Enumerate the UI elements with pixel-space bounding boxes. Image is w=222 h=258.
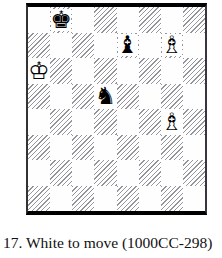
- square-f3: [139, 135, 161, 161]
- square-a2: [28, 160, 50, 186]
- square-c1: [72, 186, 94, 212]
- square-h6: [183, 58, 205, 84]
- square-e5: [117, 84, 139, 110]
- square-f4: [139, 109, 161, 135]
- square-c5: [72, 84, 94, 110]
- square-f7: [139, 33, 161, 59]
- square-h4: [183, 109, 205, 135]
- square-d5: ♞♞: [94, 84, 116, 110]
- black-knight: ♞♞: [94, 84, 116, 110]
- square-h1: [183, 186, 205, 212]
- white-king: ♚♔: [28, 58, 50, 84]
- square-b8: ♚♚: [50, 7, 72, 33]
- black-king: ♚♚: [50, 7, 72, 33]
- square-e1: [117, 186, 139, 212]
- square-b3: [50, 135, 72, 161]
- square-b1: [50, 186, 72, 212]
- square-g3: [161, 135, 183, 161]
- square-b7: [50, 33, 72, 59]
- square-f1: [139, 186, 161, 212]
- square-d3: [94, 135, 116, 161]
- square-g7: ♝♗: [161, 33, 183, 59]
- board-grid: ♚♚♝♝♝♗♚♔♞♞♝♗: [28, 7, 205, 211]
- square-d6: [94, 58, 116, 84]
- square-d1: [94, 186, 116, 212]
- square-g6: [161, 58, 183, 84]
- square-h7: [183, 33, 205, 59]
- square-h8: [183, 7, 205, 33]
- white-bishop: ♝♗: [161, 33, 183, 59]
- square-f5: [139, 84, 161, 110]
- square-c3: [72, 135, 94, 161]
- square-b4: [50, 109, 72, 135]
- square-b5: [50, 84, 72, 110]
- square-b6: [50, 58, 72, 84]
- square-g8: [161, 7, 183, 33]
- square-e7: ♝♝: [117, 33, 139, 59]
- diagram-caption: 17. White to move (1000CC-298): [3, 234, 222, 252]
- chess-board: ♚♚♝♝♝♗♚♔♞♞♝♗: [26, 3, 207, 215]
- square-h3: [183, 135, 205, 161]
- square-f2: [139, 160, 161, 186]
- square-h2: [183, 160, 205, 186]
- square-a5: [28, 84, 50, 110]
- square-f6: [139, 58, 161, 84]
- square-e4: [117, 109, 139, 135]
- square-d2: [94, 160, 116, 186]
- square-e6: [117, 58, 139, 84]
- black-bishop: ♝♝: [117, 33, 139, 59]
- square-g1: [161, 186, 183, 212]
- square-h5: [183, 84, 205, 110]
- square-e3: [117, 135, 139, 161]
- square-f8: [139, 7, 161, 33]
- square-a7: [28, 33, 50, 59]
- square-d7: [94, 33, 116, 59]
- square-c8: [72, 7, 94, 33]
- square-c7: [72, 33, 94, 59]
- square-d4: [94, 109, 116, 135]
- square-a6: ♚♔: [28, 58, 50, 84]
- square-g5: [161, 84, 183, 110]
- square-d8: [94, 7, 116, 33]
- square-e8: [117, 7, 139, 33]
- square-a3: [28, 135, 50, 161]
- square-c4: [72, 109, 94, 135]
- square-g2: [161, 160, 183, 186]
- page: ♚♚♝♝♝♗♚♔♞♞♝♗ 17. White to move (1000CC-2…: [0, 0, 222, 258]
- square-a4: [28, 109, 50, 135]
- white-bishop: ♝♗: [161, 109, 183, 135]
- square-c2: [72, 160, 94, 186]
- square-a8: [28, 7, 50, 33]
- square-b2: [50, 160, 72, 186]
- square-a1: [28, 186, 50, 212]
- square-e2: [117, 160, 139, 186]
- square-g4: ♝♗: [161, 109, 183, 135]
- square-c6: [72, 58, 94, 84]
